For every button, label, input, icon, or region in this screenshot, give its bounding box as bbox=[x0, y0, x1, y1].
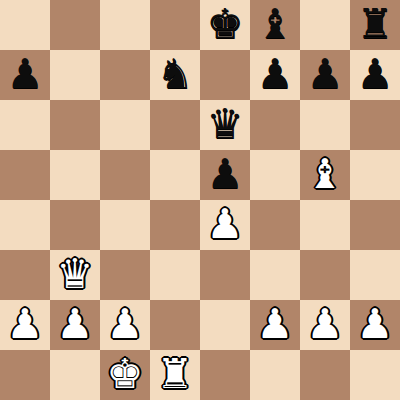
square-c5[interactable] bbox=[100, 150, 150, 200]
square-a8[interactable] bbox=[0, 0, 50, 50]
square-g7[interactable]: ♟ bbox=[300, 50, 350, 100]
square-g3[interactable] bbox=[300, 250, 350, 300]
piece-black-queen[interactable]: ♛ bbox=[207, 104, 244, 145]
square-f4[interactable] bbox=[250, 200, 300, 250]
square-f3[interactable] bbox=[250, 250, 300, 300]
square-b4[interactable] bbox=[50, 200, 100, 250]
square-h2[interactable]: ♟ bbox=[350, 300, 400, 350]
square-h5[interactable] bbox=[350, 150, 400, 200]
piece-white-queen[interactable]: ♛ bbox=[57, 254, 94, 295]
piece-white-rook[interactable]: ♜ bbox=[157, 354, 194, 395]
square-b6[interactable] bbox=[50, 100, 100, 150]
square-c1[interactable]: ♚ bbox=[100, 350, 150, 400]
piece-black-pawn[interactable]: ♟ bbox=[357, 54, 394, 95]
piece-white-pawn[interactable]: ♟ bbox=[307, 304, 344, 345]
square-b1[interactable] bbox=[50, 350, 100, 400]
square-d6[interactable] bbox=[150, 100, 200, 150]
square-c8[interactable] bbox=[100, 0, 150, 50]
square-e6[interactable]: ♛ bbox=[200, 100, 250, 150]
square-g4[interactable] bbox=[300, 200, 350, 250]
square-f2[interactable]: ♟ bbox=[250, 300, 300, 350]
square-a6[interactable] bbox=[0, 100, 50, 150]
square-g2[interactable]: ♟ bbox=[300, 300, 350, 350]
piece-black-pawn[interactable]: ♟ bbox=[7, 54, 44, 95]
square-c3[interactable] bbox=[100, 250, 150, 300]
square-e4[interactable]: ♟ bbox=[200, 200, 250, 250]
square-g6[interactable] bbox=[300, 100, 350, 150]
square-a2[interactable]: ♟ bbox=[0, 300, 50, 350]
square-h1[interactable] bbox=[350, 350, 400, 400]
square-d5[interactable] bbox=[150, 150, 200, 200]
square-f8[interactable]: ♝ bbox=[250, 0, 300, 50]
square-a4[interactable] bbox=[0, 200, 50, 250]
square-g1[interactable] bbox=[300, 350, 350, 400]
piece-black-rook[interactable]: ♜ bbox=[357, 4, 394, 45]
square-b8[interactable] bbox=[50, 0, 100, 50]
square-h7[interactable]: ♟ bbox=[350, 50, 400, 100]
square-e7[interactable] bbox=[200, 50, 250, 100]
square-e8[interactable]: ♚ bbox=[200, 0, 250, 50]
piece-black-pawn[interactable]: ♟ bbox=[207, 154, 244, 195]
square-d1[interactable]: ♜ bbox=[150, 350, 200, 400]
square-g5[interactable]: ♝ bbox=[300, 150, 350, 200]
square-a7[interactable]: ♟ bbox=[0, 50, 50, 100]
piece-white-bishop[interactable]: ♝ bbox=[307, 154, 344, 195]
square-a3[interactable] bbox=[0, 250, 50, 300]
square-h8[interactable]: ♜ bbox=[350, 0, 400, 50]
square-f7[interactable]: ♟ bbox=[250, 50, 300, 100]
square-f5[interactable] bbox=[250, 150, 300, 200]
square-h4[interactable] bbox=[350, 200, 400, 250]
piece-white-pawn[interactable]: ♟ bbox=[57, 304, 94, 345]
square-e5[interactable]: ♟ bbox=[200, 150, 250, 200]
chess-board-wrapper: ♚♝♜♟♞♟♟♟♛♟♝♟♛♟♟♟♟♟♟♚♜ bbox=[0, 0, 400, 400]
piece-white-pawn[interactable]: ♟ bbox=[7, 304, 44, 345]
piece-black-knight[interactable]: ♞ bbox=[157, 54, 194, 95]
piece-white-pawn[interactable]: ♟ bbox=[257, 304, 294, 345]
square-b2[interactable]: ♟ bbox=[50, 300, 100, 350]
square-a5[interactable] bbox=[0, 150, 50, 200]
square-c6[interactable] bbox=[100, 100, 150, 150]
square-d4[interactable] bbox=[150, 200, 200, 250]
piece-black-king[interactable]: ♚ bbox=[207, 4, 244, 45]
square-g8[interactable] bbox=[300, 0, 350, 50]
piece-white-pawn[interactable]: ♟ bbox=[357, 304, 394, 345]
square-h6[interactable] bbox=[350, 100, 400, 150]
piece-white-king[interactable]: ♚ bbox=[107, 354, 144, 395]
square-e1[interactable] bbox=[200, 350, 250, 400]
piece-white-pawn[interactable]: ♟ bbox=[107, 304, 144, 345]
chess-board: ♚♝♜♟♞♟♟♟♛♟♝♟♛♟♟♟♟♟♟♚♜ bbox=[0, 0, 400, 400]
square-b5[interactable] bbox=[50, 150, 100, 200]
square-a1[interactable] bbox=[0, 350, 50, 400]
square-e3[interactable] bbox=[200, 250, 250, 300]
square-d7[interactable]: ♞ bbox=[150, 50, 200, 100]
square-c7[interactable] bbox=[100, 50, 150, 100]
square-d8[interactable] bbox=[150, 0, 200, 50]
square-f6[interactable] bbox=[250, 100, 300, 150]
piece-black-bishop[interactable]: ♝ bbox=[257, 4, 294, 45]
square-h3[interactable] bbox=[350, 250, 400, 300]
square-f1[interactable] bbox=[250, 350, 300, 400]
square-b3[interactable]: ♛ bbox=[50, 250, 100, 300]
square-b7[interactable] bbox=[50, 50, 100, 100]
square-c2[interactable]: ♟ bbox=[100, 300, 150, 350]
square-c4[interactable] bbox=[100, 200, 150, 250]
piece-white-pawn[interactable]: ♟ bbox=[207, 204, 244, 245]
square-d3[interactable] bbox=[150, 250, 200, 300]
piece-black-pawn[interactable]: ♟ bbox=[257, 54, 294, 95]
square-d2[interactable] bbox=[150, 300, 200, 350]
piece-black-pawn[interactable]: ♟ bbox=[307, 54, 344, 95]
square-e2[interactable] bbox=[200, 300, 250, 350]
